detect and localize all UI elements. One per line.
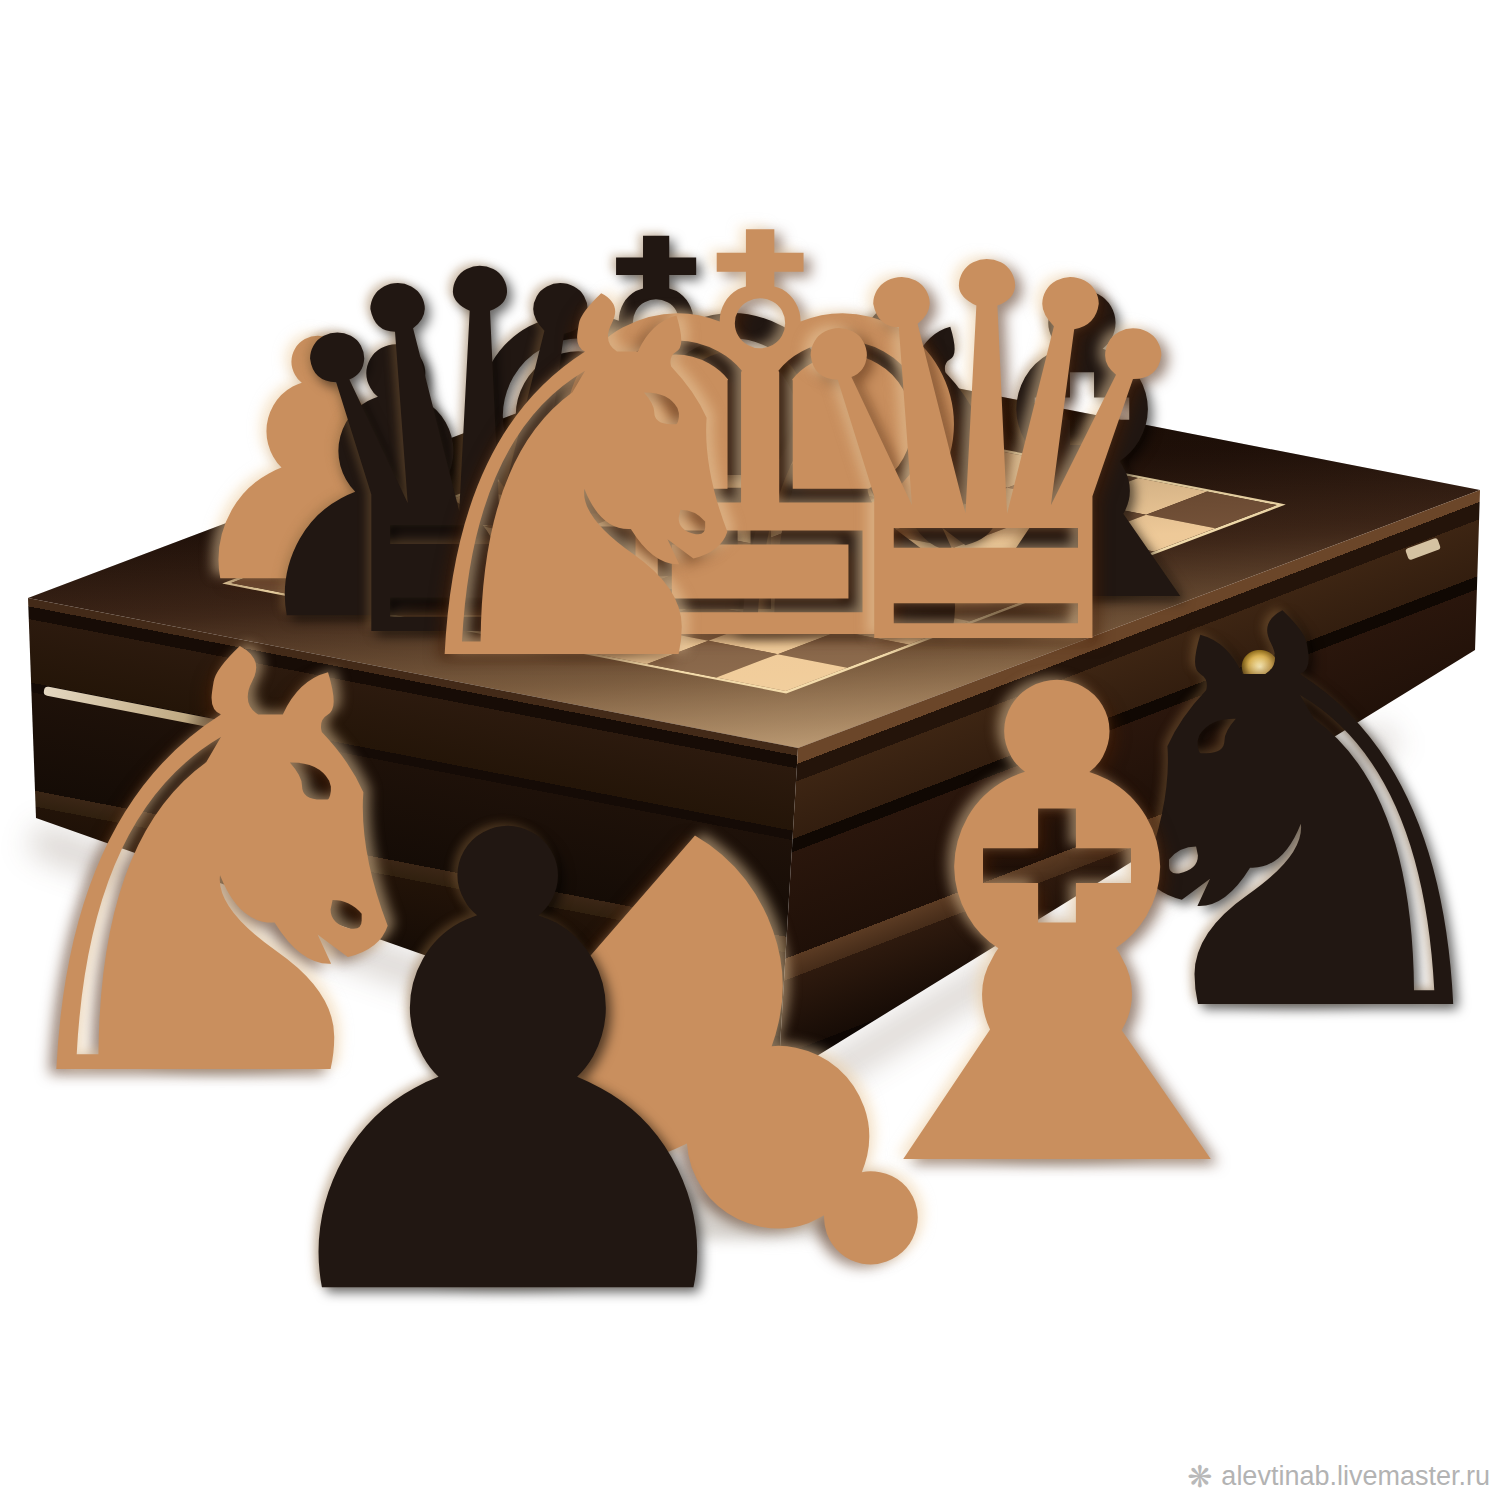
watermark: ❋ alevtinab.livemaster.ru — [1187, 1461, 1490, 1492]
livemaster-logo-icon: ❋ — [1187, 1462, 1212, 1492]
watermark-text: alevtinab.livemaster.ru — [1221, 1461, 1490, 1492]
chess-set-photo: ♟♟♛♞♚♚♞♛♝♞♟♟♝♞ ❋ alevtinab.livemaster.ru — [0, 0, 1500, 1500]
black-pawn-offboard: ♟ — [225, 752, 792, 1384]
